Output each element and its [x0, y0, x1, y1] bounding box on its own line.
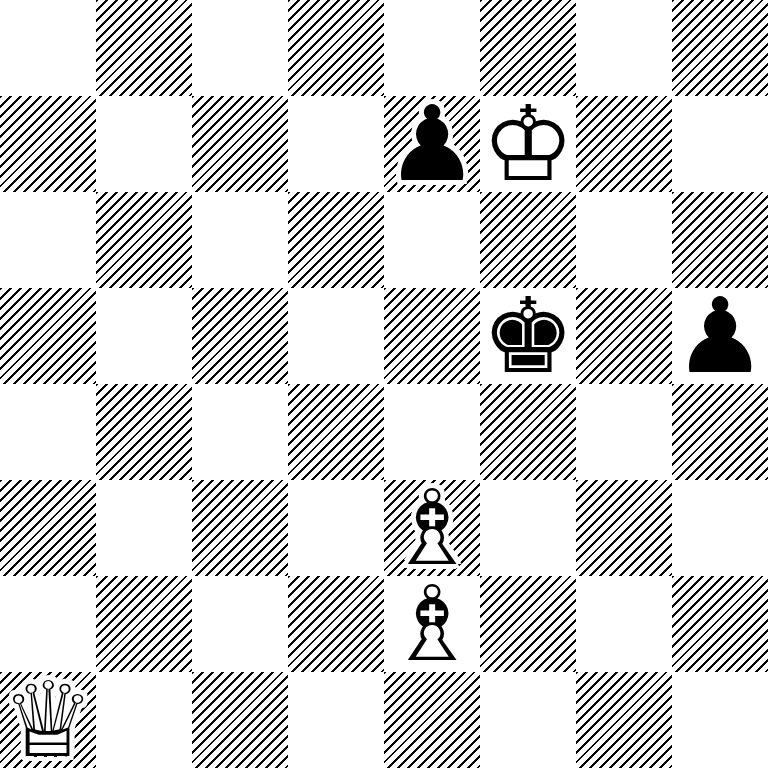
square-c5[interactable] [192, 288, 288, 384]
square-f3[interactable] [480, 480, 576, 576]
square-h4[interactable] [672, 384, 768, 480]
square-f1[interactable] [480, 672, 576, 768]
square-g4[interactable] [576, 384, 672, 480]
square-f6[interactable] [480, 192, 576, 288]
square-c4[interactable] [192, 384, 288, 480]
square-d5[interactable] [288, 288, 384, 384]
square-e5[interactable] [384, 288, 480, 384]
white-bishop[interactable]: ♝♗ [384, 576, 480, 672]
square-d1[interactable] [288, 672, 384, 768]
square-e6[interactable] [384, 192, 480, 288]
black-pawn[interactable]: ♟♟ [672, 288, 768, 384]
square-e4[interactable] [384, 384, 480, 480]
square-g7[interactable] [576, 96, 672, 192]
square-c8[interactable] [192, 0, 288, 96]
white-queen[interactable]: ♛♕ [0, 672, 96, 768]
square-h3[interactable] [672, 480, 768, 576]
square-f4[interactable] [480, 384, 576, 480]
piece-outline-glyph: ♚ [481, 288, 574, 384]
square-a6[interactable] [0, 192, 96, 288]
piece-outline-glyph: ♗ [385, 576, 478, 672]
square-c1[interactable] [192, 672, 288, 768]
square-h5[interactable]: ♟♟ [672, 288, 768, 384]
square-b2[interactable] [96, 576, 192, 672]
square-g5[interactable] [576, 288, 672, 384]
square-d2[interactable] [288, 576, 384, 672]
square-a7[interactable] [0, 96, 96, 192]
square-a1[interactable]: ♛♕ [0, 672, 96, 768]
square-h1[interactable] [672, 672, 768, 768]
chess-board: ♟♟♚♔♚♚♟♟♝♗♝♗♛♕ [0, 0, 768, 768]
square-b1[interactable] [96, 672, 192, 768]
piece-outline-glyph: ♗ [385, 480, 478, 576]
piece-outline-glyph: ♕ [1, 672, 94, 768]
square-f2[interactable] [480, 576, 576, 672]
square-g8[interactable] [576, 0, 672, 96]
square-g2[interactable] [576, 576, 672, 672]
square-f8[interactable] [480, 0, 576, 96]
square-d6[interactable] [288, 192, 384, 288]
square-e7[interactable]: ♟♟ [384, 96, 480, 192]
square-d4[interactable] [288, 384, 384, 480]
square-b5[interactable] [96, 288, 192, 384]
white-bishop[interactable]: ♝♗ [384, 480, 480, 576]
square-b7[interactable] [96, 96, 192, 192]
square-e8[interactable] [384, 0, 480, 96]
square-h7[interactable] [672, 96, 768, 192]
square-h2[interactable] [672, 576, 768, 672]
piece-outline-glyph: ♟ [385, 96, 478, 192]
square-g1[interactable] [576, 672, 672, 768]
square-a4[interactable] [0, 384, 96, 480]
black-king[interactable]: ♚♚ [480, 288, 576, 384]
square-b3[interactable] [96, 480, 192, 576]
square-c7[interactable] [192, 96, 288, 192]
square-e1[interactable] [384, 672, 480, 768]
square-e2[interactable]: ♝♗ [384, 576, 480, 672]
square-a5[interactable] [0, 288, 96, 384]
square-d7[interactable] [288, 96, 384, 192]
square-f5[interactable]: ♚♚ [480, 288, 576, 384]
square-g6[interactable] [576, 192, 672, 288]
square-a2[interactable] [0, 576, 96, 672]
square-c3[interactable] [192, 480, 288, 576]
square-a3[interactable] [0, 480, 96, 576]
square-e3[interactable]: ♝♗ [384, 480, 480, 576]
square-d8[interactable] [288, 0, 384, 96]
square-d3[interactable] [288, 480, 384, 576]
black-pawn[interactable]: ♟♟ [384, 96, 480, 192]
square-b6[interactable] [96, 192, 192, 288]
square-c2[interactable] [192, 576, 288, 672]
white-king[interactable]: ♚♔ [480, 96, 576, 192]
piece-outline-glyph: ♟ [673, 288, 766, 384]
square-b8[interactable] [96, 0, 192, 96]
square-a8[interactable] [0, 0, 96, 96]
square-f7[interactable]: ♚♔ [480, 96, 576, 192]
square-h6[interactable] [672, 192, 768, 288]
square-c6[interactable] [192, 192, 288, 288]
piece-outline-glyph: ♔ [481, 96, 574, 192]
square-g3[interactable] [576, 480, 672, 576]
square-b4[interactable] [96, 384, 192, 480]
square-h8[interactable] [672, 0, 768, 96]
